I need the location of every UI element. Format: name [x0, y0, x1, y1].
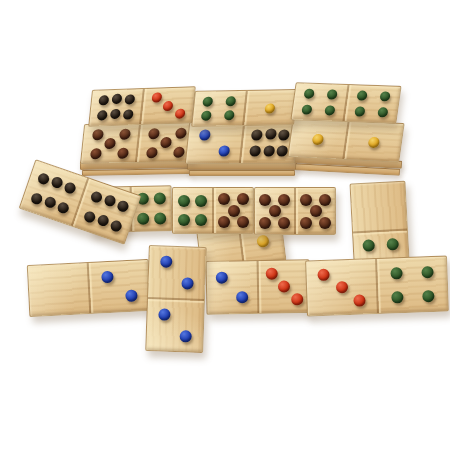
blue-pip: [101, 271, 114, 284]
stack1-domino-6-3[interactable]: [88, 86, 196, 127]
green-pip: [201, 111, 212, 121]
brown-pip: [319, 217, 331, 229]
blue-pip: [236, 292, 248, 304]
red-pip: [291, 293, 303, 305]
green-pip: [423, 290, 435, 302]
domino-half-4-green: [292, 83, 350, 121]
blue-pip: [180, 330, 192, 342]
domino-half-4-green: [132, 186, 172, 231]
black-pip: [124, 94, 135, 104]
black-pip: [264, 128, 276, 139]
green-pip: [203, 96, 214, 106]
brown-pip: [91, 129, 103, 140]
green-pip: [390, 267, 402, 279]
brown-pip: [228, 205, 240, 217]
black-pip: [90, 190, 104, 204]
brown-pip: [237, 193, 249, 205]
brown-pip: [118, 128, 130, 139]
black-pip: [116, 199, 130, 213]
domino-half-5-brown: [255, 188, 296, 234]
green-pip: [155, 212, 167, 224]
domino-half-5-brown: [296, 188, 335, 234]
brown-pip: [300, 217, 312, 229]
red-pip: [278, 280, 290, 292]
green-pip: [327, 89, 338, 99]
green-pip: [356, 90, 367, 100]
brown-pip: [172, 146, 184, 157]
brown-pip: [218, 193, 230, 205]
green-pip: [324, 105, 335, 115]
brown-pip: [269, 205, 281, 217]
brown-pip: [319, 194, 331, 206]
stack2-domino-2-6[interactable]: [185, 122, 299, 164]
green-pip: [195, 214, 207, 226]
domino-half-2-blue: [146, 299, 204, 352]
lower-chain-domino-0-2[interactable]: [27, 259, 152, 317]
red-pip: [265, 268, 277, 280]
blue-pip: [182, 277, 194, 289]
domino-half-1-yellow: [288, 118, 349, 159]
upper-chain-domino-5-5[interactable]: [254, 187, 336, 235]
domino-half-2-blue: [89, 260, 151, 313]
green-pip: [354, 106, 365, 116]
red-pip: [318, 268, 330, 280]
brown-pip: [160, 137, 172, 148]
domino-half-5-brown: [81, 124, 141, 163]
blue-pip: [160, 256, 172, 268]
domino-half-0-blank: [28, 263, 92, 316]
black-pip: [63, 181, 77, 195]
black-pip: [123, 109, 134, 119]
brown-pip: [147, 128, 159, 139]
green-pip: [303, 89, 314, 99]
stack2-domino-4-1[interactable]: [191, 89, 298, 127]
domino-half-3-red: [306, 259, 379, 315]
brown-pip: [237, 216, 249, 228]
domino-half-1-yellow: [344, 121, 403, 162]
black-pip: [43, 195, 57, 209]
green-pip: [178, 214, 190, 226]
domino-half-1-yellow: [244, 90, 297, 125]
stack3-domino-1-1[interactable]: [287, 117, 404, 163]
black-pip: [98, 95, 109, 105]
black-pip: [110, 109, 121, 119]
domino-half-2-blue: [148, 246, 206, 301]
yellow-pip: [312, 134, 325, 146]
yellow-pip: [256, 235, 269, 248]
black-pip: [251, 129, 263, 140]
black-pip: [111, 94, 122, 104]
black-pip: [263, 145, 275, 156]
domino-half-4-green: [377, 257, 448, 313]
green-pip: [377, 107, 388, 117]
brown-pip: [310, 205, 322, 217]
green-pip: [301, 104, 312, 114]
domino-half-0-blank: [351, 182, 407, 234]
brown-pip: [278, 194, 290, 206]
green-pip: [137, 212, 149, 224]
red-pip: [335, 281, 347, 293]
brown-pip: [89, 148, 101, 159]
green-pip: [224, 111, 235, 121]
green-pip: [387, 238, 400, 251]
brown-pip: [145, 147, 157, 158]
domino-half-2-blue: [186, 123, 245, 163]
black-pip: [56, 200, 70, 214]
domino-half-4-green: [344, 85, 400, 123]
green-pip: [195, 195, 207, 207]
brown-pip: [104, 138, 116, 149]
red-pip: [353, 294, 365, 306]
red-pip: [162, 100, 173, 110]
brown-pip: [259, 217, 271, 229]
lower-chain-domino-2-3[interactable]: [206, 259, 311, 315]
brown-pip: [259, 194, 271, 206]
black-pip: [30, 191, 44, 205]
blue-pip: [158, 309, 170, 321]
brown-pip: [116, 147, 128, 158]
red-pip: [174, 109, 185, 119]
black-pip: [96, 213, 110, 227]
green-pip: [391, 291, 403, 303]
brown-pip: [278, 217, 290, 229]
stack1-slat-2: [82, 168, 191, 176]
black-pip: [103, 193, 117, 207]
brown-pip: [174, 127, 186, 138]
yellow-pip: [265, 103, 276, 113]
domino-half-2-blue: [207, 261, 260, 314]
red-pip: [151, 92, 162, 102]
domino-half-4-green: [173, 188, 214, 233]
lower-chain-domino-3-4[interactable]: [305, 256, 449, 317]
brown-pip: [300, 194, 312, 206]
blue-pip: [125, 289, 138, 302]
blue-pip: [216, 271, 228, 283]
black-pip: [37, 171, 51, 185]
black-pip: [97, 110, 108, 120]
green-pip: [422, 266, 434, 278]
green-pip: [225, 96, 236, 106]
green-pip: [380, 91, 391, 101]
domino-half-6-black: [89, 89, 145, 126]
domino-half-3-red: [259, 260, 310, 313]
black-pip: [83, 209, 97, 223]
stack1-domino-5-5[interactable]: [80, 122, 196, 164]
stack2-slat-2: [189, 170, 295, 176]
black-pip: [109, 219, 123, 233]
green-pip: [178, 195, 190, 207]
yellow-pip: [368, 136, 381, 148]
blue-pip: [199, 130, 211, 141]
domino-half-3-red: [141, 87, 195, 124]
domino-photo-scene: [0, 0, 450, 450]
domino-half-5-brown: [214, 188, 253, 233]
black-pip: [249, 146, 261, 157]
brown-pip: [218, 216, 230, 228]
stack3-domino-4-4[interactable]: [290, 82, 401, 124]
domino-half-4-green: [192, 91, 247, 126]
black-pip: [278, 129, 290, 140]
blue-pip: [218, 146, 230, 157]
upper-chain-domino-4-5[interactable]: [172, 187, 254, 234]
green-pip: [362, 239, 375, 252]
black-pip: [50, 175, 64, 189]
lower-chain-double-2-crosswise[interactable]: [145, 245, 207, 353]
green-pip: [154, 193, 166, 205]
